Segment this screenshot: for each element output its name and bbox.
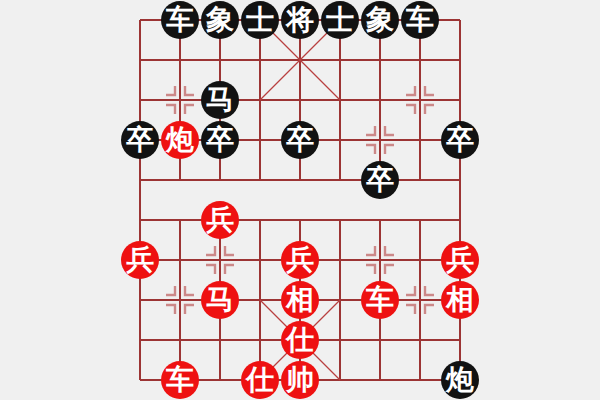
red-cannon[interactable]: 炮 (161, 121, 199, 159)
red-soldier[interactable]: 兵 (441, 241, 479, 279)
red-soldier[interactable]: 兵 (281, 241, 319, 279)
red-chariot[interactable]: 车 (161, 361, 199, 399)
red-advisor[interactable]: 仕 (241, 361, 279, 399)
black-soldier[interactable]: 卒 (441, 121, 479, 159)
black-soldier[interactable]: 卒 (121, 121, 159, 159)
black-soldier[interactable]: 卒 (281, 121, 319, 159)
xiangqi-board: 车象士将士象车马卒卒卒卒卒炮炮兵兵兵兵马相车相仕车仕帅 (0, 0, 600, 400)
red-horse[interactable]: 马 (201, 281, 239, 319)
red-soldier[interactable]: 兵 (201, 201, 239, 239)
black-chariot[interactable]: 车 (401, 1, 439, 39)
black-general[interactable]: 将 (281, 1, 319, 39)
red-elephant[interactable]: 相 (441, 281, 479, 319)
black-elephant[interactable]: 象 (361, 1, 399, 39)
red-general[interactable]: 帅 (281, 361, 319, 399)
black-horse[interactable]: 马 (201, 81, 239, 119)
black-soldier[interactable]: 卒 (361, 161, 399, 199)
black-chariot[interactable]: 车 (161, 1, 199, 39)
pieces-layer: 车象士将士象车马卒卒卒卒卒炮炮兵兵兵兵马相车相仕车仕帅 (120, 0, 480, 400)
black-advisor[interactable]: 士 (321, 1, 359, 39)
red-advisor[interactable]: 仕 (281, 321, 319, 359)
black-elephant[interactable]: 象 (201, 1, 239, 39)
red-soldier[interactable]: 兵 (121, 241, 159, 279)
black-advisor[interactable]: 士 (241, 1, 279, 39)
red-elephant[interactable]: 相 (281, 281, 319, 319)
black-soldier[interactable]: 卒 (201, 121, 239, 159)
red-chariot[interactable]: 车 (361, 281, 399, 319)
black-cannon[interactable]: 炮 (441, 361, 479, 399)
